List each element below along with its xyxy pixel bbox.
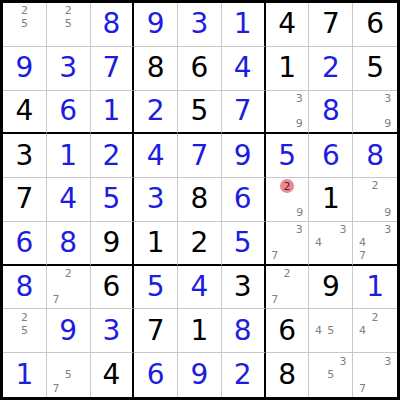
pencilmark-pos-4 — [356, 368, 369, 382]
pencilmarks: 57 — [50, 354, 87, 395]
cell-r5c6[interactable]: 6 — [222, 178, 266, 222]
pencilmark-pos-7: 7 — [356, 249, 369, 262]
cell-r7c7[interactable]: 27 — [266, 266, 310, 310]
given-digit: 8 — [191, 185, 209, 213]
solved-digit: 6 — [234, 185, 252, 213]
cell-r3c6[interactable]: 7 — [222, 91, 266, 135]
pencilmark-pos-1 — [269, 223, 281, 236]
highlighted-candidate-2[interactable]: 2 — [280, 179, 294, 193]
cell-r1c8[interactable]: 7 — [309, 3, 353, 47]
cell-r3c8[interactable]: 8 — [309, 91, 353, 135]
solved-digit: 9 — [59, 317, 77, 345]
candidate-3[interactable]: 3 — [340, 224, 347, 235]
cell-r8c7[interactable]: 6 — [266, 309, 310, 353]
given-digit: 6 — [366, 10, 384, 38]
candidate-5[interactable]: 5 — [65, 18, 72, 29]
pencilmark-pos-7 — [356, 117, 369, 130]
cell-r2c9[interactable]: 5 — [353, 47, 397, 91]
candidate-7[interactable]: 7 — [271, 250, 278, 261]
cell-r9c5[interactable]: 9 — [178, 353, 222, 397]
cell-r7c8[interactable]: 9 — [309, 266, 353, 310]
cell-r8c3[interactable]: 3 — [91, 309, 135, 353]
pencilmark-pos-7 — [312, 381, 324, 395]
candidate-2[interactable]: 2 — [65, 5, 72, 16]
pencilmark-pos-5 — [369, 104, 382, 117]
pencilmark-pos-3 — [31, 4, 43, 17]
pencilmark-pos-6 — [293, 280, 305, 293]
cell-r7c2[interactable]: 27 — [47, 266, 91, 310]
pencilmark-pos-8 — [369, 337, 382, 350]
candidate-4[interactable]: 4 — [359, 237, 366, 248]
given-digit: 1 — [147, 229, 165, 257]
candidate-2[interactable]: 2 — [21, 312, 28, 323]
pencilmark-pos-5 — [281, 280, 293, 293]
given-digit: 1 — [322, 185, 340, 213]
pencilmark-pos-7 — [6, 337, 18, 350]
pencilmark-pos-4 — [356, 192, 369, 205]
given-digit: 3 — [15, 142, 33, 170]
pencilmark-pos-5: 5 — [325, 324, 337, 337]
cell-r4c8[interactable]: 6 — [309, 134, 353, 178]
pencilmark-pos-1 — [269, 267, 281, 280]
pencilmark-pos-2 — [325, 310, 337, 323]
pencilmark-pos-4: 4 — [312, 236, 324, 249]
pencilmark-pos-9 — [337, 381, 349, 395]
cell-r5c2[interactable]: 4 — [47, 178, 91, 222]
solved-digit: 5 — [147, 273, 165, 301]
pencilmark-pos-8 — [280, 206, 294, 219]
pencilmark-pos-7 — [269, 206, 280, 219]
pencilmark-pos-4: 4 — [312, 324, 324, 337]
solved-digit: 8 — [59, 229, 77, 257]
solved-digit: 3 — [103, 317, 121, 345]
pencilmark-pos-5 — [281, 104, 293, 117]
cell-r4c3[interactable]: 2 — [91, 134, 135, 178]
cell-r3c2[interactable]: 6 — [47, 91, 91, 135]
pencilmarks: 27 — [50, 267, 87, 307]
pencilmark-pos-8 — [325, 381, 337, 395]
solved-digit: 2 — [103, 142, 121, 170]
cell-r9c2[interactable]: 57 — [47, 353, 91, 397]
pencilmarks: 34 — [312, 223, 349, 262]
pencilmark-pos-7: 7 — [269, 293, 281, 306]
candidate-5[interactable]: 5 — [21, 18, 28, 29]
cell-r9c7[interactable]: 8 — [266, 353, 310, 397]
pencilmark-pos-8 — [369, 381, 382, 395]
pencilmark-pos-8 — [325, 249, 337, 262]
cell-r3c5[interactable]: 5 — [178, 91, 222, 135]
pencilmark-pos-8 — [62, 293, 74, 306]
solved-digit: 4 — [191, 273, 209, 301]
pencilmark-pos-7: 7 — [269, 249, 281, 262]
pencilmark-pos-3 — [381, 179, 394, 192]
cell-r2c1[interactable]: 9 — [3, 47, 47, 91]
solved-digit: 6 — [322, 142, 340, 170]
pencilmark-pos-8 — [369, 249, 382, 262]
given-digit: 5 — [191, 97, 209, 125]
pencilmark-pos-7: 7 — [50, 293, 62, 306]
given-digit: 8 — [147, 54, 165, 82]
cell-r1c6[interactable]: 1 — [222, 3, 266, 47]
cell-r4c4[interactable]: 4 — [134, 134, 178, 178]
cell-r6c6[interactable]: 5 — [222, 222, 266, 266]
cell-r1c1[interactable]: 25 — [3, 3, 47, 47]
cell-r1c5[interactable]: 3 — [178, 3, 222, 47]
given-digit: 2 — [191, 229, 209, 257]
cell-r6c9[interactable]: 347 — [353, 222, 397, 266]
pencilmark-pos-8 — [18, 31, 30, 44]
solved-digit: 9 — [147, 10, 165, 38]
pencilmarks: 25 — [6, 310, 43, 350]
pencilmark-pos-8 — [369, 117, 382, 130]
solved-digit: 8 — [322, 97, 340, 125]
pencilmark-pos-8 — [281, 117, 293, 130]
solved-digit: 1 — [15, 361, 33, 389]
solved-digit: 2 — [234, 361, 252, 389]
pencilmark-pos-2 — [281, 92, 293, 105]
candidate-3[interactable]: 3 — [340, 356, 347, 367]
cell-r6c5[interactable]: 2 — [178, 222, 222, 266]
pencilmark-pos-1 — [269, 92, 281, 105]
candidate-5[interactable]: 5 — [327, 369, 334, 380]
cell-r2c4[interactable]: 8 — [134, 47, 178, 91]
given-digit: 8 — [278, 361, 296, 389]
pencilmark-pos-7 — [6, 31, 18, 44]
pencilmark-pos-9 — [381, 337, 394, 350]
cell-r1c9[interactable]: 6 — [353, 3, 397, 47]
pencilmark-pos-9 — [31, 337, 43, 350]
pencilmark-pos-3 — [31, 310, 43, 323]
candidate-4[interactable]: 4 — [315, 237, 322, 248]
cell-r4c5[interactable]: 7 — [178, 134, 222, 178]
candidate-5[interactable]: 5 — [327, 325, 334, 336]
pencilmark-pos-2: 2 — [369, 179, 382, 192]
pencilmark-pos-7 — [312, 337, 324, 350]
pencilmark-pos-2: 2 — [62, 267, 74, 280]
candidate-3[interactable]: 3 — [296, 93, 303, 104]
solved-digit: 3 — [59, 54, 77, 82]
cell-r5c5[interactable]: 8 — [178, 178, 222, 222]
solved-digit: 9 — [15, 54, 33, 82]
candidate-2[interactable]: 2 — [65, 268, 72, 279]
candidate-3[interactable]: 3 — [384, 356, 391, 367]
solved-digit: 5 — [234, 229, 252, 257]
cell-r3c7[interactable]: 39 — [266, 91, 310, 135]
pencilmarks: 45 — [312, 310, 349, 350]
pencilmark-pos-9 — [74, 293, 86, 306]
pencilmark-pos-4 — [6, 324, 18, 337]
solved-digit: 8 — [234, 317, 252, 345]
pencilmark-pos-9 — [381, 249, 394, 262]
pencilmark-pos-5 — [62, 280, 74, 293]
pencilmark-pos-9: 9 — [381, 206, 394, 219]
candidate-7[interactable]: 7 — [359, 250, 366, 261]
pencilmark-pos-7: 7 — [50, 381, 62, 395]
cell-r9c4[interactable]: 6 — [134, 353, 178, 397]
cell-r2c8[interactable]: 2 — [309, 47, 353, 91]
pencilmark-pos-3: 3 — [381, 223, 394, 236]
pencilmark-pos-5 — [369, 236, 382, 249]
candidate-3[interactable]: 3 — [384, 224, 391, 235]
cell-r6c8[interactable]: 34 — [309, 222, 353, 266]
candidate-2[interactable]: 2 — [372, 312, 379, 323]
candidate-4[interactable]: 4 — [315, 325, 322, 336]
sudoku-board: 2525893147693786412546125739839312479568… — [0, 0, 400, 400]
candidate-2[interactable]: 2 — [21, 5, 28, 16]
candidate-9[interactable]: 9 — [384, 207, 391, 218]
cell-r5c1[interactable]: 7 — [3, 178, 47, 222]
solved-digit: 5 — [278, 142, 296, 170]
candidate-4[interactable]: 4 — [359, 325, 366, 336]
pencilmark-pos-7 — [356, 206, 369, 219]
pencilmark-pos-7 — [269, 117, 281, 130]
cell-r2c5[interactable]: 6 — [178, 47, 222, 91]
pencilmark-pos-6 — [381, 236, 394, 249]
pencilmark-pos-4: 4 — [356, 324, 369, 337]
cell-r2c2[interactable]: 3 — [47, 47, 91, 91]
pencilmarks: 347 — [356, 223, 394, 262]
pencilmark-pos-4 — [50, 368, 62, 382]
pencilmark-pos-6 — [337, 368, 349, 382]
candidate-7[interactable]: 7 — [359, 383, 366, 394]
pencilmark-pos-2: 2 — [369, 310, 382, 323]
pencilmark-pos-6 — [381, 104, 394, 117]
cell-r8c4[interactable]: 7 — [134, 309, 178, 353]
candidate-2[interactable]: 2 — [284, 268, 291, 279]
cell-r7c6[interactable]: 3 — [222, 266, 266, 310]
pencilmarks: 39 — [269, 92, 306, 131]
candidate-9[interactable]: 9 — [296, 118, 303, 129]
pencilmark-pos-6 — [381, 368, 394, 382]
pencilmark-pos-9 — [31, 31, 43, 44]
given-digit: 4 — [278, 10, 296, 38]
pencilmark-pos-2 — [62, 354, 74, 368]
candidate-5[interactable]: 5 — [65, 369, 72, 380]
solved-digit: 3 — [191, 10, 209, 38]
pencilmark-pos-6 — [31, 324, 43, 337]
pencilmark-pos-7 — [356, 337, 369, 350]
given-digit: 4 — [103, 361, 121, 389]
pencilmark-pos-2: 2 — [62, 4, 74, 17]
cell-r6c2[interactable]: 8 — [47, 222, 91, 266]
candidate-7[interactable]: 7 — [271, 294, 278, 305]
pencilmark-pos-3: 3 — [337, 354, 349, 368]
pencilmark-pos-2 — [369, 354, 382, 368]
cell-r3c1[interactable]: 4 — [3, 91, 47, 135]
pencilmark-pos-4: 4 — [356, 236, 369, 249]
cell-r8c1[interactable]: 25 — [3, 309, 47, 353]
solved-digit: 1 — [59, 142, 77, 170]
pencilmark-pos-6 — [381, 192, 394, 205]
pencilmark-pos-1 — [356, 223, 369, 236]
cell-r2c3[interactable]: 7 — [91, 47, 135, 91]
pencilmark-pos-1 — [356, 92, 369, 105]
cell-r2c6[interactable]: 4 — [222, 47, 266, 91]
cell-r6c7[interactable]: 37 — [266, 222, 310, 266]
pencilmark-pos-1 — [269, 179, 280, 193]
cell-r3c3[interactable]: 1 — [91, 91, 135, 135]
pencilmark-pos-6 — [293, 104, 305, 117]
solved-digit: 2 — [322, 54, 340, 82]
cell-r8c2[interactable]: 9 — [47, 309, 91, 353]
pencilmark-pos-9 — [381, 381, 394, 395]
pencilmarks: 37 — [269, 223, 306, 262]
cell-r5c8[interactable]: 1 — [309, 178, 353, 222]
cell-r1c3[interactable]: 8 — [91, 3, 135, 47]
pencilmark-pos-5 — [325, 236, 337, 249]
pencilmark-pos-8 — [62, 31, 74, 44]
candidate-3[interactable]: 3 — [384, 93, 391, 104]
candidate-7[interactable]: 7 — [52, 383, 59, 394]
given-digit: 9 — [103, 229, 121, 257]
solved-digit: 8 — [366, 142, 384, 170]
cell-r4c9[interactable]: 8 — [353, 134, 397, 178]
cell-r3c4[interactable]: 2 — [134, 91, 178, 135]
pencilmark-pos-4 — [50, 17, 62, 30]
given-digit: 6 — [278, 317, 296, 345]
pencilmark-pos-7: 7 — [356, 381, 369, 395]
pencilmark-pos-5: 5 — [18, 17, 30, 30]
cell-r8c6[interactable]: 8 — [222, 309, 266, 353]
solved-digit: 5 — [103, 185, 121, 213]
pencilmark-pos-1 — [356, 354, 369, 368]
candidate-7[interactable]: 7 — [52, 294, 59, 305]
cell-r7c9[interactable]: 1 — [353, 266, 397, 310]
candidate-9[interactable]: 9 — [384, 118, 391, 129]
pencilmark-pos-5: 5 — [18, 324, 30, 337]
candidate-5[interactable]: 5 — [21, 325, 28, 336]
cell-r1c2[interactable]: 25 — [47, 3, 91, 47]
pencilmark-pos-6 — [293, 236, 305, 249]
pencilmark-pos-3 — [74, 354, 86, 368]
pencilmarks: 24 — [356, 310, 394, 350]
pencilmark-pos-1 — [50, 267, 62, 280]
pencilmark-pos-3 — [74, 267, 86, 280]
pencilmarks: 29 — [269, 179, 306, 219]
solved-digit: 4 — [234, 54, 252, 82]
pencilmark-pos-2: 2 — [280, 179, 294, 193]
solved-digit: 6 — [15, 229, 33, 257]
candidate-9[interactable]: 9 — [296, 207, 303, 218]
solved-digit: 7 — [191, 142, 209, 170]
solved-digit: 7 — [234, 97, 252, 125]
solved-digit: 9 — [234, 142, 252, 170]
cell-r6c1[interactable]: 6 — [3, 222, 47, 266]
pencilmark-pos-4 — [269, 236, 281, 249]
cell-r1c4[interactable]: 9 — [134, 3, 178, 47]
solved-digit: 9 — [191, 361, 209, 389]
cell-r8c5[interactable]: 1 — [178, 309, 222, 353]
given-digit: 4 — [15, 97, 33, 125]
solved-digit: 4 — [59, 185, 77, 213]
cell-r4c6[interactable]: 9 — [222, 134, 266, 178]
pencilmark-pos-9 — [293, 249, 305, 262]
solved-digit: 1 — [234, 10, 252, 38]
cell-r9c9[interactable]: 37 — [353, 353, 397, 397]
pencilmark-pos-1 — [50, 354, 62, 368]
pencilmarks: 27 — [269, 267, 306, 307]
cell-r7c3[interactable]: 6 — [91, 266, 135, 310]
pencilmark-pos-6 — [31, 17, 43, 30]
solved-digit: 7 — [103, 54, 121, 82]
pencilmarks: 39 — [356, 92, 394, 131]
pencilmark-pos-3: 3 — [381, 92, 394, 105]
cell-r4c7[interactable]: 5 — [266, 134, 310, 178]
cell-r5c7[interactable]: 29 — [266, 178, 310, 222]
solved-digit: 6 — [147, 361, 165, 389]
pencilmark-pos-5: 5 — [62, 17, 74, 30]
pencilmark-pos-3: 3 — [293, 92, 305, 105]
given-digit: 7 — [322, 10, 340, 38]
given-digit: 3 — [234, 273, 252, 301]
cell-r9c8[interactable]: 35 — [309, 353, 353, 397]
pencilmark-pos-5 — [369, 324, 382, 337]
pencilmark-pos-2 — [369, 223, 382, 236]
pencilmark-pos-9 — [74, 381, 86, 395]
pencilmarks: 29 — [356, 179, 394, 219]
solved-digit: 2 — [147, 97, 165, 125]
cell-r2c7[interactable]: 1 — [266, 47, 310, 91]
pencilmark-pos-3 — [337, 310, 349, 323]
pencilmark-pos-8 — [62, 381, 74, 395]
candidate-2[interactable]: 2 — [372, 180, 379, 191]
cell-r9c3[interactable]: 4 — [91, 353, 135, 397]
cell-r7c4[interactable]: 5 — [134, 266, 178, 310]
solved-digit: 8 — [103, 10, 121, 38]
cell-r3c9[interactable]: 39 — [353, 91, 397, 135]
cell-r8c9[interactable]: 24 — [353, 309, 397, 353]
cell-r5c4[interactable]: 3 — [134, 178, 178, 222]
pencilmark-pos-5: 5 — [62, 368, 74, 382]
cell-r9c6[interactable]: 2 — [222, 353, 266, 397]
pencilmark-pos-6 — [337, 236, 349, 249]
pencilmark-pos-3: 3 — [293, 223, 305, 236]
pencilmark-pos-8 — [325, 337, 337, 350]
pencilmark-pos-9 — [293, 293, 305, 306]
pencilmark-pos-5 — [281, 236, 293, 249]
pencilmark-pos-9: 9 — [381, 117, 394, 130]
given-digit: 7 — [147, 317, 165, 345]
cell-r5c3[interactable]: 5 — [91, 178, 135, 222]
pencilmark-pos-1 — [6, 310, 18, 323]
candidate-3[interactable]: 3 — [296, 224, 303, 235]
cell-r4c1[interactable]: 3 — [3, 134, 47, 178]
cell-r7c1[interactable]: 8 — [3, 266, 47, 310]
pencilmark-pos-4 — [269, 280, 281, 293]
pencilmark-pos-3 — [294, 179, 305, 193]
pencilmark-pos-6 — [381, 324, 394, 337]
cell-r8c8[interactable]: 45 — [309, 309, 353, 353]
pencilmark-pos-9 — [337, 249, 349, 262]
cell-r6c3[interactable]: 9 — [91, 222, 135, 266]
pencilmark-pos-2: 2 — [281, 267, 293, 280]
cell-r6c4[interactable]: 1 — [134, 222, 178, 266]
cell-r7c5[interactable]: 4 — [178, 266, 222, 310]
cell-r9c1[interactable]: 1 — [3, 353, 47, 397]
solved-digit: 1 — [366, 273, 384, 301]
pencilmark-pos-1 — [356, 179, 369, 192]
pencilmark-pos-2 — [369, 92, 382, 105]
pencilmark-pos-7 — [50, 31, 62, 44]
pencilmark-pos-9: 9 — [294, 206, 305, 219]
cell-r4c2[interactable]: 1 — [47, 134, 91, 178]
pencilmark-pos-1 — [356, 310, 369, 323]
cell-r1c7[interactable]: 4 — [266, 3, 310, 47]
pencilmark-pos-4 — [50, 280, 62, 293]
pencilmark-pos-1 — [6, 4, 18, 17]
pencilmark-pos-8 — [281, 293, 293, 306]
cell-r5c9[interactable]: 29 — [353, 178, 397, 222]
